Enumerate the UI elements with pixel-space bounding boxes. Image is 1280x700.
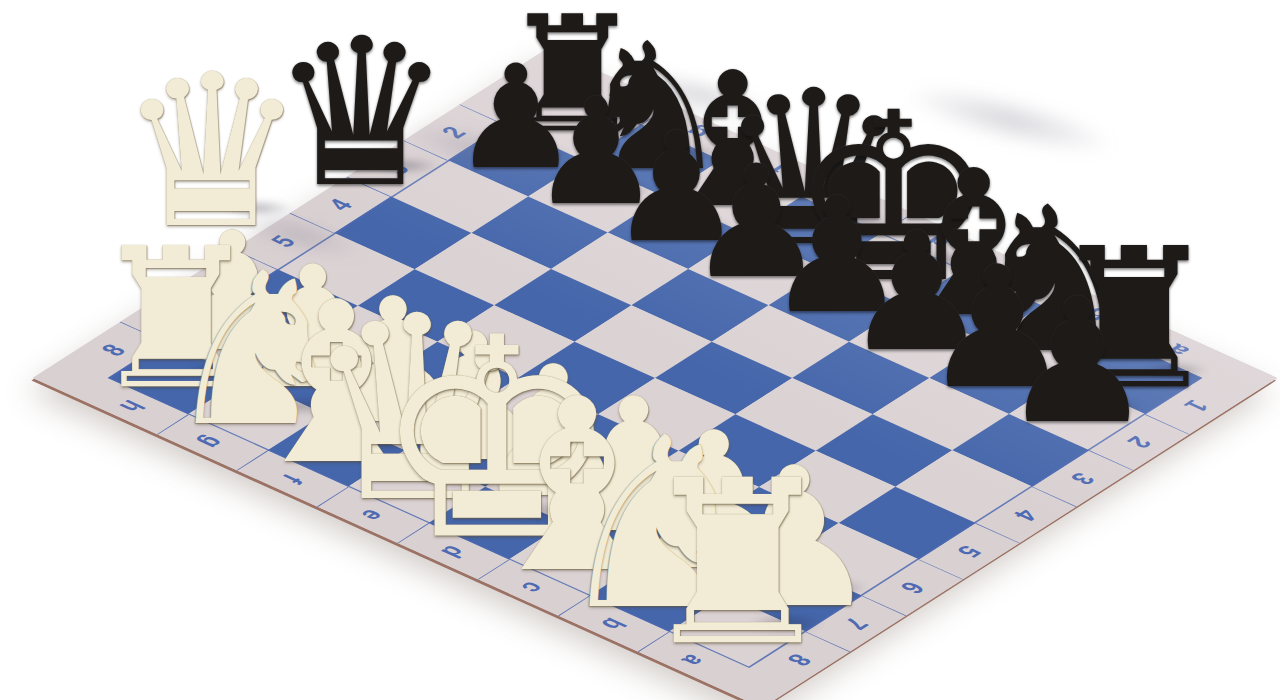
rank-label-far-5: 5 — [266, 233, 301, 250]
chess-board: hgfedcba1122334455667788hgfedcba — [33, 48, 1278, 700]
rank-label-far-6: 6 — [210, 269, 245, 286]
rank-label-near-5: 5 — [952, 543, 987, 560]
rank-label-far-4: 4 — [323, 196, 358, 213]
file-label-near-g: g — [195, 433, 231, 451]
file-label-near-c: c — [516, 579, 551, 596]
rank-label-far-1: 1 — [493, 87, 528, 104]
rank-label-far-7: 7 — [153, 305, 188, 322]
rank-label-far-3: 3 — [380, 160, 415, 177]
rank-label-near-7: 7 — [839, 615, 874, 632]
cast-shadow — [872, 60, 1148, 180]
file-label-far-b: b — [1082, 305, 1115, 323]
rank-label-near-8: 8 — [782, 651, 817, 668]
file-label-near-b: b — [596, 615, 632, 633]
rank-label-near-1: 1 — [1179, 397, 1214, 414]
file-label-far-d: d — [921, 232, 954, 250]
photo-canvas: hgfedcba1122334455667788hgfedcba ♜♞♝♚♛♝♞… — [0, 0, 1280, 700]
file-label-near-f: f — [278, 471, 309, 486]
file-label-far-a: a — [1163, 341, 1194, 358]
file-label-near-e: e — [356, 506, 391, 523]
file-label-near-d: d — [436, 542, 472, 560]
file-label-far-c: c — [1002, 269, 1033, 286]
file-label-far-e: e — [842, 196, 873, 213]
file-label-near-a: a — [677, 651, 712, 668]
rank-label-near-4: 4 — [1009, 506, 1044, 523]
rank-label-far-8: 8 — [96, 341, 131, 358]
file-label-far-h: h — [600, 87, 633, 105]
rank-label-far-2: 2 — [436, 124, 471, 141]
rank-label-near-3: 3 — [1065, 470, 1100, 487]
rank-label-near-2: 2 — [1122, 434, 1157, 451]
file-label-near-h: h — [114, 397, 150, 415]
file-label-far-g: g — [681, 123, 714, 141]
rank-label-near-6: 6 — [895, 579, 930, 596]
file-label-far-f: f — [764, 161, 790, 176]
